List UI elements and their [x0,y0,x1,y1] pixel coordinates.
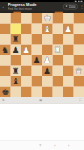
square[interactable]: ♛ [73,65,83,75]
square[interactable] [31,13,41,23]
star-icon: ★ [65,5,67,8]
square[interactable]: ♟ [10,44,20,54]
square[interactable] [42,44,52,54]
square[interactable]: ♟ [63,23,73,33]
square[interactable] [0,13,10,23]
square[interactable] [42,86,52,96]
square[interactable] [73,86,83,96]
header: ← Progress Mode Find the best move ★ 150… [0,2,84,11]
square[interactable]: ♟ [42,55,52,65]
square[interactable] [52,34,62,44]
black-pawn-piece: ♟ [42,65,52,75]
square[interactable] [21,23,31,33]
content-area [0,104,84,140]
prev-move-button[interactable]: ‹ [52,143,57,148]
square[interactable]: ♜ [52,44,62,54]
square[interactable] [10,86,20,96]
app-window: ← Progress Mode Find the best move ★ 150… [0,0,84,150]
square[interactable] [52,65,62,75]
square[interactable] [0,34,10,44]
square[interactable] [21,55,31,65]
hint-button[interactable]: ? [37,143,42,148]
white-rook-piece: ♜ [52,44,62,54]
white-king-piece: ♚ [42,13,52,23]
square[interactable] [0,65,10,75]
square[interactable] [31,23,41,33]
square[interactable] [63,55,73,65]
black-pawn-piece: ♟ [10,44,20,54]
square[interactable] [31,44,41,54]
status-bar [0,0,84,2]
square[interactable] [63,13,73,23]
battery-icon [80,0,82,1]
square[interactable] [52,76,62,86]
square[interactable] [0,55,10,65]
header-titles: Progress Mode Find the best move [8,3,63,10]
overflow-menu-icon[interactable]: ⋮ [80,4,83,9]
square[interactable] [21,76,31,86]
next-move-button[interactable]: › [66,143,71,148]
square[interactable] [63,44,73,54]
square[interactable] [63,65,73,75]
flip-board-icon[interactable]: ⇅ [2,97,5,104]
square[interactable] [31,65,41,75]
square[interactable] [63,86,73,96]
square[interactable] [0,23,10,33]
chess-board[interactable]: ♚♝♟♜♞♟♟♜♟♟♜♟♛♝♚ [0,13,84,97]
square[interactable] [63,76,73,86]
rating-value: 1500 [69,5,76,8]
square[interactable] [73,34,83,44]
square[interactable] [10,55,20,65]
square[interactable] [10,13,20,23]
black-knight-piece: ♞ [0,44,10,54]
square[interactable] [31,76,41,86]
white-pawn-piece: ♟ [63,23,73,33]
black-pawn-piece: ♟ [31,55,41,65]
square[interactable] [21,34,31,44]
white-pawn-piece: ♟ [21,44,31,54]
square[interactable] [73,55,83,65]
square[interactable] [73,13,83,23]
white-pawn-piece: ♟ [42,55,52,65]
square[interactable]: ♝ [42,23,52,33]
black-king-piece: ♚ [0,86,10,96]
white-bishop-piece: ♝ [42,23,52,33]
square[interactable]: ♜ [10,65,20,75]
square[interactable]: ♟ [42,65,52,75]
square[interactable]: ♞ [0,44,10,54]
square[interactable] [52,23,62,33]
square[interactable]: ♟ [21,44,31,54]
board-toolbar: ⇅ ▦ ⛶ [0,97,84,104]
square[interactable] [21,13,31,23]
square[interactable] [63,34,73,44]
square[interactable]: ♚ [42,13,52,23]
page-subtitle: Find the best move [8,7,63,10]
square[interactable] [0,76,10,86]
square[interactable] [42,76,52,86]
square[interactable]: ♜ [10,34,20,44]
square[interactable] [52,55,62,65]
square[interactable] [31,86,41,96]
black-bishop-piece: ♝ [10,76,20,86]
square[interactable] [52,86,62,96]
white-queen-piece: ♛ [73,65,83,75]
square[interactable]: ♟ [31,55,41,65]
square[interactable]: ♚ [0,86,10,96]
rating-pill[interactable]: ★ 1500 [63,4,78,9]
black-rook-piece: ♜ [10,34,20,44]
square[interactable]: ♝ [10,76,20,86]
square[interactable] [31,34,41,44]
square[interactable] [73,23,83,33]
analysis-icon[interactable]: ▦ [39,97,42,104]
square[interactable] [42,34,52,44]
bottom-bar: ? ‹ › [0,140,84,150]
square[interactable] [21,65,31,75]
square[interactable] [52,13,62,23]
black-rook-piece: ♜ [10,65,20,75]
signal-icon [75,0,77,1]
square[interactable] [73,76,83,86]
square[interactable] [21,86,31,96]
expand-icon[interactable]: ⛶ [79,97,81,104]
square[interactable] [10,23,20,33]
square[interactable] [73,44,83,54]
